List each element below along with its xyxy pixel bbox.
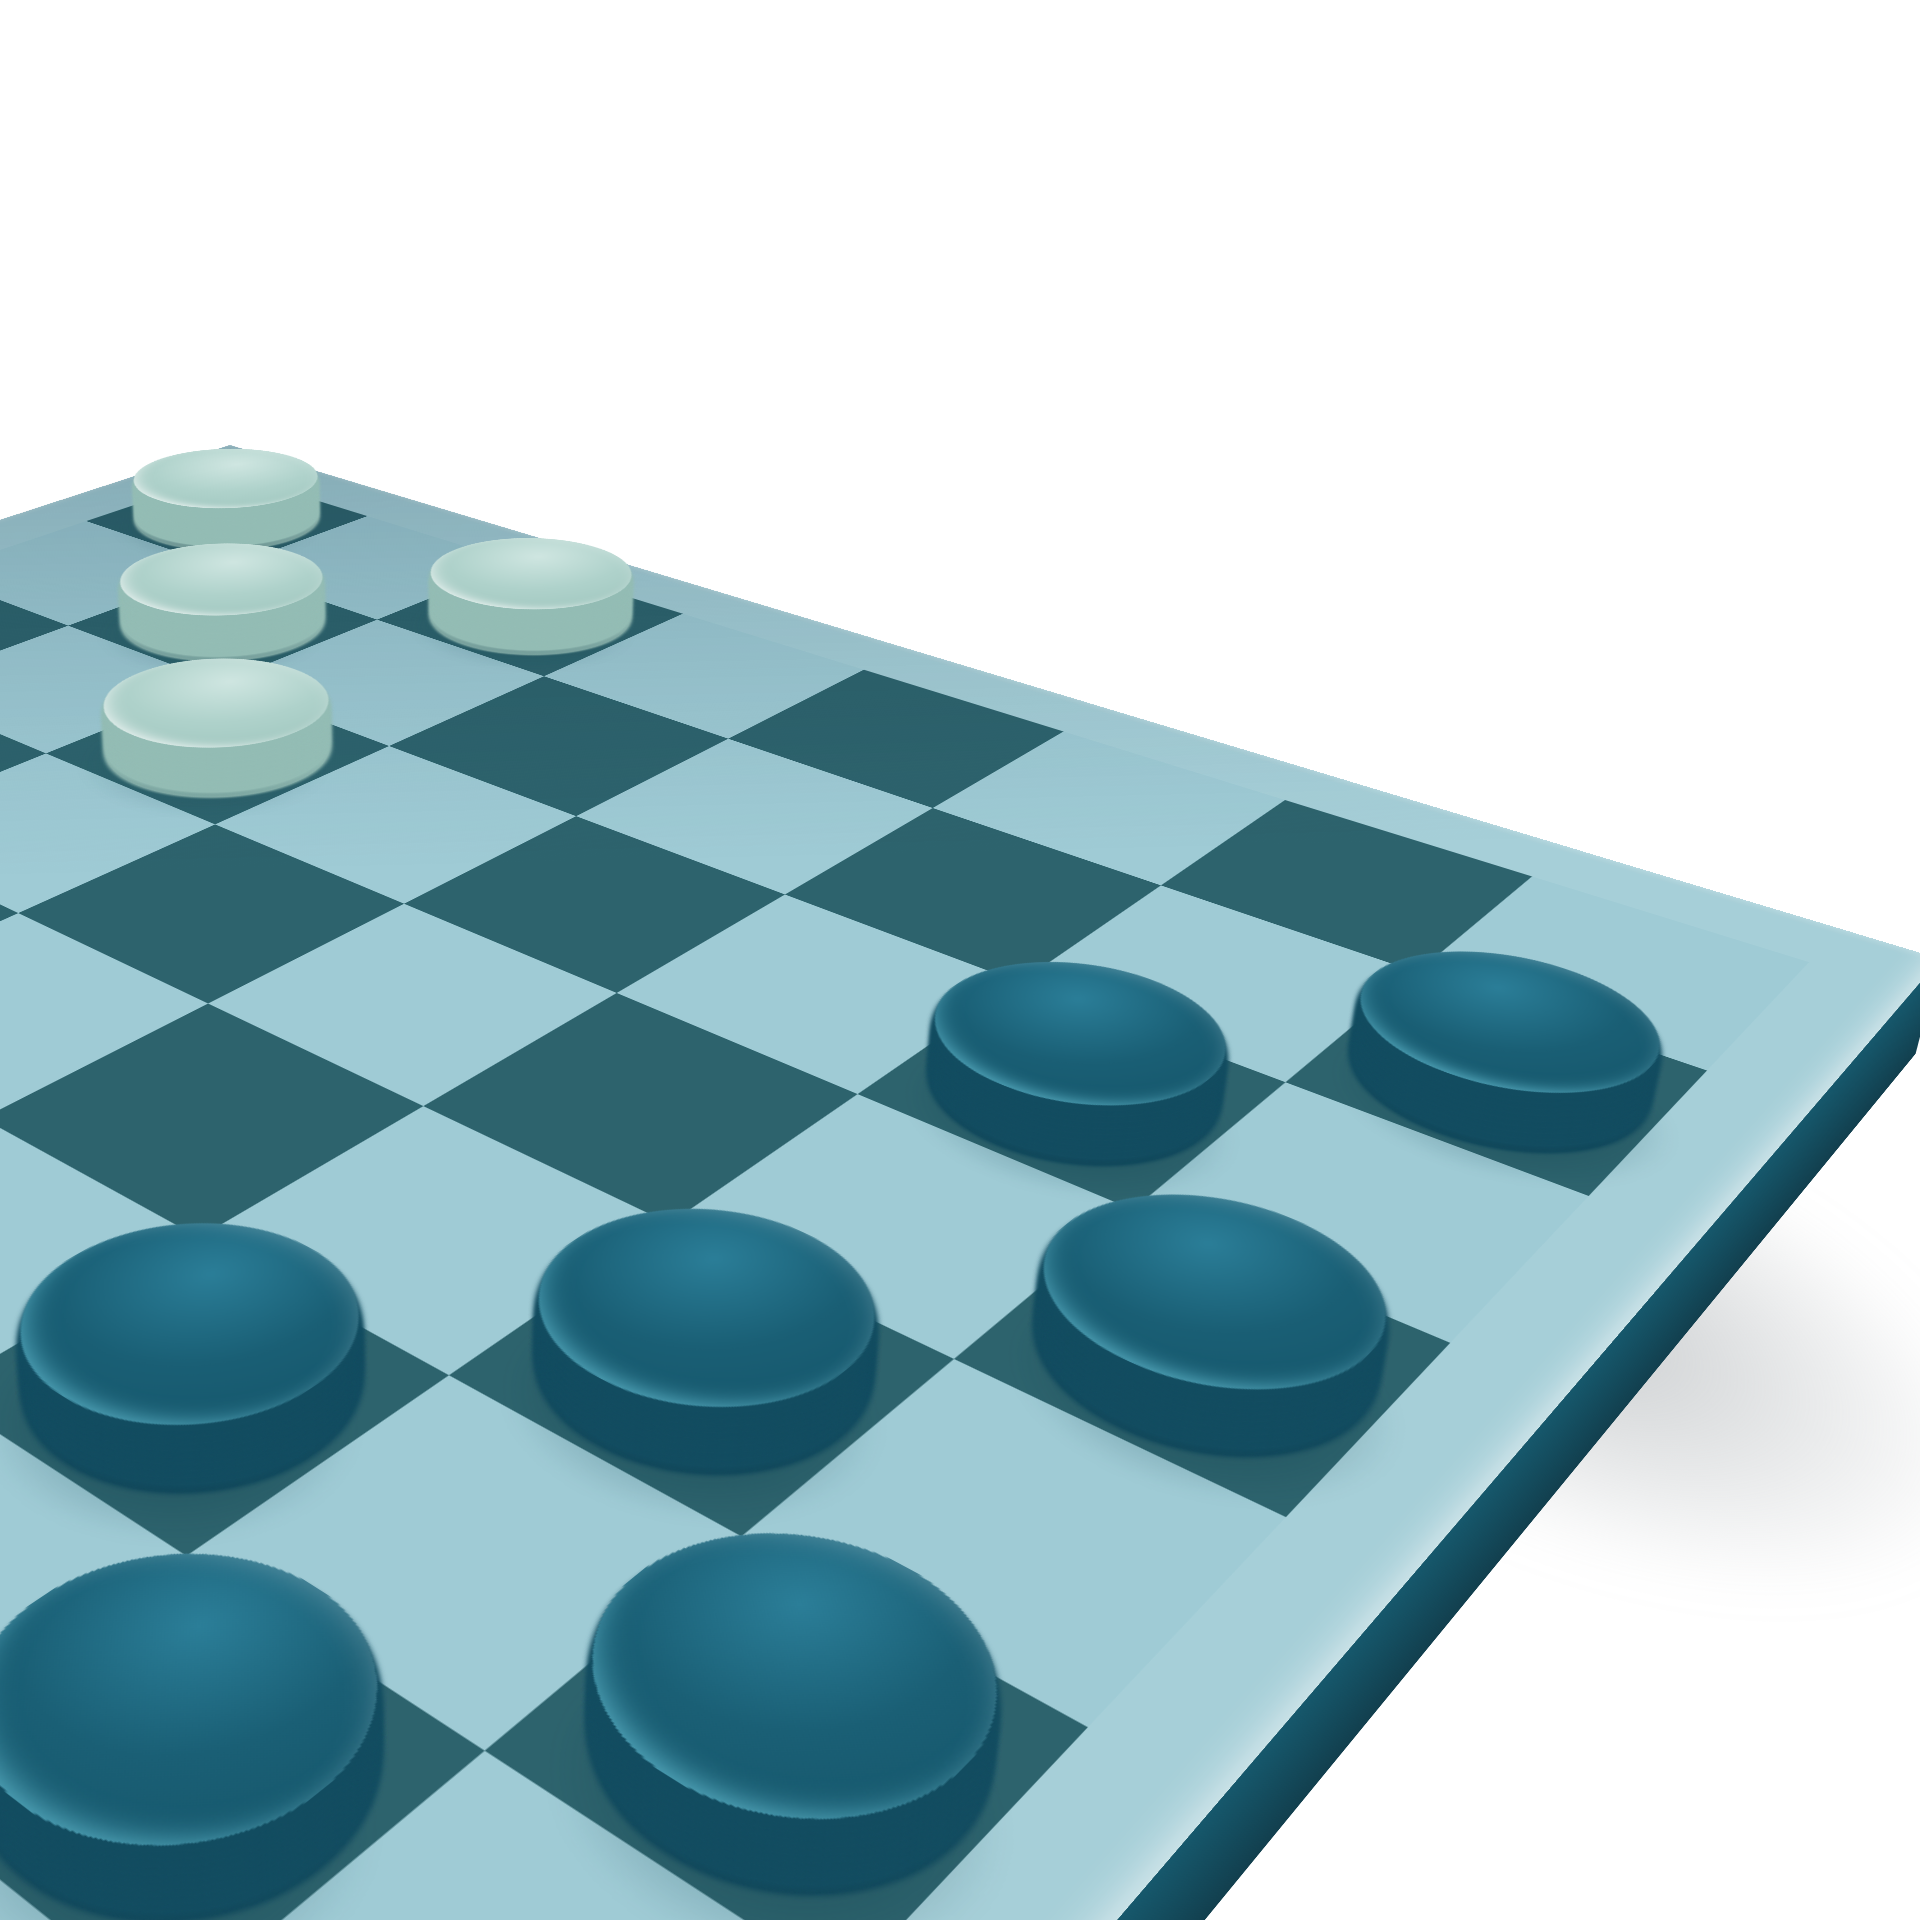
checkers-board: [0, 445, 1920, 1920]
board-surface: [0, 445, 1920, 1920]
product-photo-scene: [0, 0, 1920, 1920]
